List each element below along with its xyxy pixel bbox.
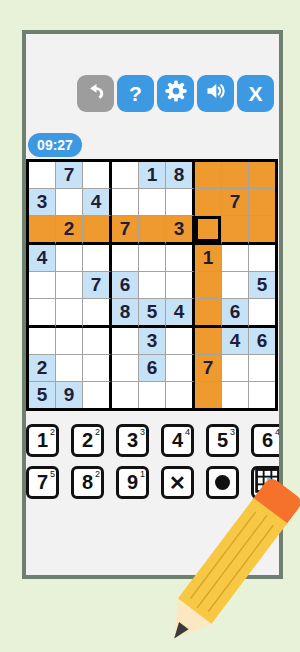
toolbar: ? — [26, 75, 279, 112]
cell-r5c3[interactable]: 7 — [83, 272, 112, 299]
cell-r8c5[interactable]: 6 — [139, 355, 166, 382]
cell-r4c1[interactable]: 4 — [29, 245, 56, 272]
digit-count-badge: 2 — [50, 427, 55, 437]
cell-r7c2[interactable] — [56, 328, 83, 355]
cell-r3c2[interactable]: 2 — [56, 216, 83, 245]
cell-r9c1[interactable]: 5 — [29, 382, 56, 408]
cell-r2c5[interactable] — [139, 189, 166, 216]
cell-r7c5[interactable]: 3 — [139, 328, 166, 355]
cell-r4c6[interactable] — [166, 245, 195, 272]
cell-r3c5[interactable] — [139, 216, 166, 245]
cell-r5c9[interactable]: 5 — [249, 272, 275, 299]
dot-icon — [215, 475, 230, 490]
cell-r7c8[interactable]: 4 — [222, 328, 249, 355]
cell-r1c9[interactable] — [249, 162, 275, 189]
cell-r8c9[interactable] — [249, 355, 275, 382]
digit-label: 8 — [82, 471, 93, 494]
cell-r2c6[interactable] — [166, 189, 195, 216]
cell-r5c8[interactable] — [222, 272, 249, 299]
digit-label: 4 — [172, 429, 183, 452]
cell-r3c9[interactable] — [249, 216, 275, 245]
number-pad: 122233445364 758291 ✕ — [26, 424, 279, 499]
cell-r8c4[interactable] — [112, 355, 139, 382]
digit-count-badge: 5 — [50, 469, 55, 479]
cell-r3c8[interactable] — [222, 216, 249, 245]
digit-label: 9 — [127, 471, 138, 494]
undo-button[interactable] — [77, 75, 114, 112]
cell-r8c7[interactable]: 7 — [195, 355, 222, 382]
cell-r4c5[interactable] — [139, 245, 166, 272]
cell-r7c4[interactable] — [112, 328, 139, 355]
close-button[interactable]: X — [237, 75, 274, 112]
cell-r9c7[interactable] — [195, 382, 222, 408]
cell-r5c7[interactable] — [195, 272, 222, 299]
digit-button-6[interactable]: 64 — [251, 424, 283, 457]
cell-r4c3[interactable] — [83, 245, 112, 272]
cell-r7c1[interactable] — [29, 328, 56, 355]
cell-r7c6[interactable] — [166, 328, 195, 355]
number-pad-row-1: 122233445364 — [26, 424, 279, 457]
digit-button-1[interactable]: 12 — [26, 424, 59, 457]
digit-count-badge: 2 — [95, 469, 100, 479]
cell-r2c3[interactable]: 4 — [83, 189, 112, 216]
digit-button-4[interactable]: 44 — [161, 424, 194, 457]
digit-label: 6 — [262, 429, 273, 452]
erase-icon: ✕ — [169, 471, 186, 495]
digit-button-5[interactable]: 53 — [206, 424, 239, 457]
cell-r8c2[interactable] — [56, 355, 83, 382]
cell-r1c4[interactable] — [112, 162, 139, 189]
sudoku-board: 71834727341765854634626759 — [26, 159, 278, 411]
mini-grid-icon — [255, 468, 280, 498]
cell-r2c1[interactable]: 3 — [29, 189, 56, 216]
cell-r5c1[interactable] — [29, 272, 56, 299]
cell-r4c2[interactable] — [56, 245, 83, 272]
digit-label: 3 — [127, 429, 138, 452]
digit-count-badge: 2 — [95, 427, 100, 437]
cell-r6c5[interactable]: 5 — [139, 299, 166, 328]
cell-r1c3[interactable] — [83, 162, 112, 189]
undo-icon — [84, 79, 108, 108]
cell-r1c8[interactable] — [222, 162, 249, 189]
cell-r2c7[interactable] — [195, 189, 222, 216]
cell-r9c8[interactable] — [222, 382, 249, 408]
cell-r6c2[interactable] — [56, 299, 83, 328]
cell-r3c4[interactable]: 7 — [112, 216, 139, 245]
close-icon: X — [248, 82, 262, 106]
cell-r2c2[interactable] — [56, 189, 83, 216]
cell-r4c9[interactable] — [249, 245, 275, 272]
cell-r3c1[interactable] — [29, 216, 56, 245]
help-button[interactable]: ? — [117, 75, 154, 112]
cell-r6c8[interactable]: 6 — [222, 299, 249, 328]
cell-r9c3[interactable] — [83, 382, 112, 408]
cell-r4c8[interactable] — [222, 245, 249, 272]
cell-r6c9[interactable] — [249, 299, 275, 328]
cell-r6c7[interactable] — [195, 299, 222, 328]
pencil-mark-button[interactable] — [206, 466, 239, 499]
digit-label: 5 — [217, 429, 228, 452]
cell-r5c2[interactable] — [56, 272, 83, 299]
sound-button[interactable] — [197, 75, 234, 112]
cell-r1c2[interactable]: 7 — [56, 162, 83, 189]
cell-r9c5[interactable] — [139, 382, 166, 408]
cell-r6c1[interactable] — [29, 299, 56, 328]
app-screen: ? — [0, 0, 300, 652]
number-pad-row-2: 758291 ✕ — [26, 466, 279, 499]
timer-badge: 09:27 — [28, 133, 82, 157]
erase-button[interactable]: ✕ — [161, 466, 194, 499]
cell-r4c4[interactable] — [112, 245, 139, 272]
cell-r7c3[interactable] — [83, 328, 112, 355]
digit-count-badge: 3 — [230, 427, 235, 437]
cell-r3c3[interactable] — [83, 216, 112, 245]
cell-r1c7[interactable] — [195, 162, 222, 189]
cell-r8c8[interactable] — [222, 355, 249, 382]
digit-button-8[interactable]: 82 — [71, 466, 104, 499]
cell-r5c6[interactable] — [166, 272, 195, 299]
settings-button[interactable] — [157, 75, 194, 112]
cell-r4c7[interactable]: 1 — [195, 245, 222, 272]
cell-r8c6[interactable] — [166, 355, 195, 382]
cell-r1c6[interactable]: 8 — [166, 162, 195, 189]
cell-r2c8[interactable]: 7 — [222, 189, 249, 216]
cell-r9c2[interactable]: 9 — [56, 382, 83, 408]
cell-r9c6[interactable] — [166, 382, 195, 408]
cell-r3c6[interactable]: 3 — [166, 216, 195, 245]
digit-button-9[interactable]: 91 — [116, 466, 149, 499]
cell-r5c5[interactable] — [139, 272, 166, 299]
cell-r1c5[interactable]: 1 — [139, 162, 166, 189]
digit-button-3[interactable]: 33 — [116, 424, 149, 457]
digit-button-2[interactable]: 22 — [71, 424, 104, 457]
gear-icon — [163, 78, 189, 109]
digit-button-7[interactable]: 75 — [26, 466, 59, 499]
digit-count-badge: 3 — [140, 427, 145, 437]
cell-r2c4[interactable] — [112, 189, 139, 216]
grid-view-button[interactable] — [251, 466, 283, 499]
cell-r2c9[interactable] — [249, 189, 275, 216]
cell-r1c1[interactable] — [29, 162, 56, 189]
digit-count-badge: 4 — [185, 427, 190, 437]
cell-r9c9[interactable] — [249, 382, 275, 408]
cell-r6c3[interactable] — [83, 299, 112, 328]
game-panel: ? — [22, 30, 283, 579]
digit-label: 7 — [37, 471, 48, 494]
cell-r9c4[interactable] — [112, 382, 139, 408]
digit-label: 2 — [82, 429, 93, 452]
cell-r5c4[interactable]: 6 — [112, 272, 139, 299]
cell-r6c4[interactable]: 8 — [112, 299, 139, 328]
cell-r8c3[interactable] — [83, 355, 112, 382]
cell-r3c7[interactable] — [195, 216, 222, 245]
cell-r7c9[interactable]: 6 — [249, 328, 275, 355]
help-icon: ? — [129, 82, 142, 106]
speaker-icon — [204, 79, 228, 108]
digit-label: 1 — [37, 429, 48, 452]
cell-r6c6[interactable]: 4 — [166, 299, 195, 328]
digit-count-badge: 1 — [140, 469, 145, 479]
cell-r8c1[interactable]: 2 — [29, 355, 56, 382]
cell-r7c7[interactable] — [195, 328, 222, 355]
digit-count-badge: 4 — [275, 427, 280, 437]
